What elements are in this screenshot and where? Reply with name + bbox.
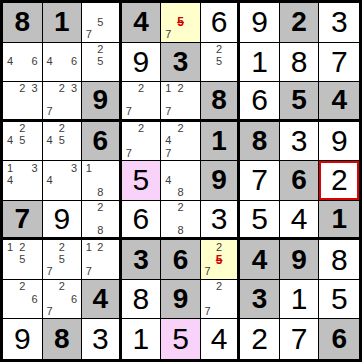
cell-r9c7[interactable]: 2 <box>240 319 280 359</box>
candidate: 2 <box>135 83 147 95</box>
candidate: 2 <box>95 202 107 214</box>
cell-r6c2[interactable]: 9 <box>43 201 83 241</box>
cell-r4c1[interactable]: 245 <box>3 122 43 162</box>
pencil-marks: 267 <box>44 281 81 318</box>
candidate: 2 <box>135 123 147 135</box>
cell-r9c2[interactable]: 8 <box>43 319 83 359</box>
candidate: 2 <box>16 123 28 135</box>
candidate: 1 <box>4 241 16 253</box>
cell-r7c3[interactable]: 127 <box>82 240 122 280</box>
candidate: 2 <box>16 241 28 253</box>
candidate: 1 <box>4 162 16 174</box>
cell-r1c5[interactable]: 75 <box>161 3 201 43</box>
candidate: 4 <box>44 56 56 68</box>
cell-r3c1[interactable]: 23 <box>3 82 43 122</box>
candidate: 1 <box>162 83 174 95</box>
given-digit: 1 <box>211 127 227 155</box>
solved-digit: 8 <box>331 245 348 275</box>
candidate: 2 <box>95 241 107 253</box>
cell-r9c1[interactable]: 9 <box>3 319 43 359</box>
candidate: 4 <box>4 135 16 147</box>
pencil-marks: 247 <box>162 123 199 160</box>
cell-r3c4[interactable]: 27 <box>122 82 162 122</box>
candidate: 1 <box>83 162 95 174</box>
given-digit: 3 <box>252 285 268 313</box>
solved-digit: 9 <box>14 324 31 354</box>
given-digit: 8 <box>252 127 268 155</box>
candidate: 7 <box>44 106 56 118</box>
given-digit: 4 <box>331 86 347 114</box>
pencil-marks: 245 <box>44 123 81 160</box>
eliminated-candidate: 5 <box>213 254 225 266</box>
candidate: 3 <box>68 83 80 95</box>
cell-r8c6[interactable]: 27 <box>201 280 241 320</box>
pencil-marks: 275 <box>202 241 237 278</box>
pencil-marks: 25 <box>83 44 118 81</box>
candidate: 2 <box>16 83 28 95</box>
solved-digit: 4 <box>211 324 228 354</box>
cell-r2c2[interactable]: 46 <box>43 43 83 83</box>
candidate: 7 <box>44 266 56 278</box>
cell-r2c8[interactable]: 8 <box>280 43 320 83</box>
given-digit: 9 <box>173 285 189 313</box>
cell-r4c3[interactable]: 6 <box>82 122 122 162</box>
candidate: 3 <box>28 83 40 95</box>
candidate: 2 <box>174 202 186 214</box>
cell-r1c2[interactable]: 1 <box>43 3 83 43</box>
cell-r4c4[interactable]: 27 <box>122 122 162 162</box>
eliminated-candidate: 5 <box>174 16 186 28</box>
pencil-marks: 27 <box>123 123 160 160</box>
solved-digit: 3 <box>331 7 348 37</box>
cell-r7c1[interactable]: 125 <box>3 240 43 280</box>
candidate: 2 <box>213 241 225 253</box>
cell-r3c2[interactable]: 237 <box>43 82 83 122</box>
candidate: 3 <box>68 162 80 174</box>
solved-digit: 3 <box>211 204 228 234</box>
cell-r3c8[interactable]: 5 <box>280 82 320 122</box>
cell-r1c1[interactable]: 8 <box>3 3 43 43</box>
solved-digit: 3 <box>291 126 308 156</box>
pencil-marks: 46 <box>44 44 81 81</box>
cell-r8c3[interactable]: 4 <box>82 280 122 320</box>
given-digit: 3 <box>133 246 149 274</box>
candidate: 2 <box>213 281 225 293</box>
solved-digit: 5 <box>133 165 150 195</box>
candidate: 4 <box>162 174 174 186</box>
cell-r3c6[interactable]: 8 <box>201 82 241 122</box>
cell-r1c4[interactable]: 4 <box>122 3 162 43</box>
candidate: 5 <box>16 254 28 266</box>
candidate: 4 <box>44 174 56 186</box>
pencil-marks: 28 <box>162 202 199 237</box>
solved-digit: 1 <box>133 324 150 354</box>
candidate: 4 <box>4 174 16 186</box>
solved-digit: 7 <box>331 47 348 77</box>
candidate: 7 <box>202 305 214 317</box>
candidate: 2 <box>95 44 107 56</box>
given-digit: 8 <box>54 325 70 353</box>
candidate: 7 <box>123 106 135 118</box>
pencil-marks: 127 <box>162 83 199 118</box>
given-digit: 8 <box>14 8 30 36</box>
cell-r6c7[interactable]: 5 <box>240 201 280 241</box>
cell-r4c6[interactable]: 1 <box>201 122 241 162</box>
candidate: 8 <box>95 187 107 199</box>
cell-r8c2[interactable]: 267 <box>43 280 83 320</box>
pencil-marks: 18 <box>83 162 118 199</box>
pencil-marks: 57 <box>83 4 118 41</box>
solved-digit: 6 <box>133 204 150 234</box>
cell-r6c8[interactable]: 4 <box>280 201 320 241</box>
candidate: 1 <box>83 241 95 253</box>
cell-r6c4[interactable]: 6 <box>122 201 162 241</box>
cell-r2c1[interactable]: 46 <box>3 43 43 83</box>
cell-r9c6[interactable]: 4 <box>201 319 241 359</box>
cell-r6c3[interactable]: 28 <box>82 201 122 241</box>
candidate: 8 <box>174 187 186 199</box>
pencil-marks: 257 <box>44 241 81 278</box>
candidate: 4 <box>4 56 16 68</box>
cell-r1c8[interactable]: 2 <box>280 3 320 43</box>
candidate: 6 <box>28 293 40 305</box>
cell-r7c6[interactable]: 275 <box>201 240 241 280</box>
candidate: 5 <box>213 56 225 68</box>
cell-r3c7[interactable]: 6 <box>240 82 280 122</box>
cell-r5c3[interactable]: 18 <box>82 161 122 201</box>
cell-r2c4[interactable]: 9 <box>122 43 162 83</box>
solved-digit: 5 <box>331 284 348 314</box>
cell-r1c9[interactable]: 3 <box>319 3 359 43</box>
candidate: 7 <box>83 266 95 278</box>
cell-r9c3[interactable]: 3 <box>82 319 122 359</box>
given-digit: 7 <box>14 205 30 233</box>
candidate: 4 <box>44 135 56 147</box>
candidate: 2 <box>56 241 68 253</box>
cell-r8c5[interactable]: 9 <box>161 280 201 320</box>
cell-r1c6[interactable]: 6 <box>201 3 241 43</box>
solved-digit: 1 <box>291 284 308 314</box>
given-digit: 9 <box>291 246 307 274</box>
cell-r2c6[interactable]: 25 <box>201 43 241 83</box>
pencil-marks: 28 <box>83 202 118 237</box>
solved-digit: 5 <box>172 324 189 354</box>
given-digit: 6 <box>331 325 347 353</box>
solved-digit: 7 <box>251 165 268 195</box>
candidate: 2 <box>56 123 68 135</box>
cell-r2c7[interactable]: 1 <box>240 43 280 83</box>
candidate: 7 <box>162 147 174 159</box>
candidate: 2 <box>213 44 225 56</box>
cell-r5c8[interactable]: 6 <box>280 161 320 201</box>
cell-r7c9[interactable]: 8 <box>319 240 359 280</box>
cell-r6c9[interactable]: 1 <box>319 201 359 241</box>
candidate: 7 <box>162 106 174 118</box>
candidate: 7 <box>202 266 214 278</box>
solved-digit: 2 <box>331 165 348 195</box>
solved-digit: 7 <box>291 324 308 354</box>
candidate: 7 <box>83 28 95 40</box>
solved-digit: 4 <box>291 204 308 234</box>
cell-r7c2[interactable]: 257 <box>43 240 83 280</box>
given-digit: 1 <box>54 8 70 36</box>
cell-r8c7[interactable]: 3 <box>240 280 280 320</box>
cell-r4c2[interactable]: 245 <box>43 122 83 162</box>
given-digit: 6 <box>93 127 109 155</box>
solved-digit: 8 <box>133 284 150 314</box>
cell-r8c9[interactable]: 5 <box>319 280 359 320</box>
candidate: 5 <box>16 135 28 147</box>
candidate: 2 <box>56 83 68 95</box>
cell-r7c8[interactable]: 9 <box>280 240 320 280</box>
given-digit: 8 <box>211 86 227 114</box>
solved-digit: 6 <box>251 85 268 115</box>
candidate: 7 <box>123 147 135 159</box>
candidate: 3 <box>28 162 40 174</box>
cell-r3c5[interactable]: 127 <box>161 82 201 122</box>
cell-r5c2[interactable]: 34 <box>43 161 83 201</box>
cell-r7c4[interactable]: 3 <box>122 240 162 280</box>
cell-r6c6[interactable]: 3 <box>201 201 241 241</box>
given-digit: 6 <box>291 166 307 194</box>
candidate: 6 <box>68 293 80 305</box>
given-digit: 3 <box>173 48 189 76</box>
cell-r5c7[interactable]: 7 <box>240 161 280 201</box>
candidate: 8 <box>174 225 186 237</box>
cell-r6c5[interactable]: 28 <box>161 201 201 241</box>
cell-r3c3[interactable]: 9 <box>82 82 122 122</box>
cell-r9c4[interactable]: 1 <box>122 319 162 359</box>
solved-digit: 9 <box>331 126 348 156</box>
cell-r5c1[interactable]: 134 <box>3 161 43 201</box>
pencil-marks: 75 <box>162 4 199 41</box>
cell-r7c7[interactable]: 4 <box>240 240 280 280</box>
pencil-marks: 134 <box>4 162 41 199</box>
candidate: 7 <box>162 28 174 40</box>
pencil-marks: 27 <box>202 281 237 318</box>
pencil-marks: 23 <box>4 83 41 118</box>
pencil-marks: 46 <box>4 44 41 81</box>
candidate: 5 <box>56 135 68 147</box>
pencil-marks: 34 <box>44 162 81 199</box>
candidate: 7 <box>44 305 56 317</box>
cell-r9c8[interactable]: 7 <box>280 319 320 359</box>
candidate: 8 <box>95 225 107 237</box>
cell-r4c5[interactable]: 247 <box>161 122 201 162</box>
given-digit: 9 <box>211 166 227 194</box>
cell-r4c8[interactable]: 3 <box>280 122 320 162</box>
pencil-marks: 48 <box>162 162 199 199</box>
pencil-marks: 27 <box>123 83 160 118</box>
cell-r1c7[interactable]: 9 <box>240 3 280 43</box>
cell-r5c6[interactable]: 9 <box>201 161 241 201</box>
given-digit: 4 <box>252 246 268 274</box>
pencil-marks: 245 <box>4 123 41 160</box>
pencil-marks: 26 <box>4 281 41 318</box>
cell-r9c5[interactable]: 5 <box>161 319 201 359</box>
solved-digit: 9 <box>53 204 70 234</box>
cell-r1c3[interactable]: 57 <box>82 3 122 43</box>
cell-r6c1[interactable]: 7 <box>3 201 43 241</box>
cell-r5c4[interactable]: 5 <box>122 161 162 201</box>
given-digit: 4 <box>133 8 149 36</box>
cell-r8c8[interactable]: 1 <box>280 280 320 320</box>
cell-r9c9[interactable]: 6 <box>319 319 359 359</box>
candidate: 2 <box>56 281 68 293</box>
candidate: 2 <box>16 281 28 293</box>
given-digit: 1 <box>331 205 347 233</box>
candidate: 6 <box>28 56 40 68</box>
solved-digit: 8 <box>291 47 308 77</box>
cell-r2c5[interactable]: 3 <box>161 43 201 83</box>
cell-r4c9[interactable]: 9 <box>319 122 359 162</box>
given-digit: 5 <box>291 86 307 114</box>
pencil-marks: 25 <box>202 44 237 81</box>
candidate: 5 <box>56 254 68 266</box>
pencil-marks: 127 <box>83 241 118 278</box>
sudoku-board: 8157475692346462593251872323792712786542… <box>0 0 362 362</box>
candidate: 6 <box>68 56 80 68</box>
cell-r8c4[interactable]: 8 <box>122 280 162 320</box>
cell-r2c9[interactable]: 7 <box>319 43 359 83</box>
candidate: 5 <box>95 56 107 68</box>
candidate: 2 <box>174 123 186 135</box>
solved-digit: 2 <box>251 324 268 354</box>
given-digit: 6 <box>173 246 189 274</box>
solved-digit: 6 <box>211 7 228 37</box>
solved-digit: 3 <box>92 324 109 354</box>
pencil-marks: 125 <box>4 241 41 278</box>
given-digit: 4 <box>93 285 109 313</box>
solved-digit: 1 <box>251 47 268 77</box>
solved-digit: 9 <box>251 7 268 37</box>
candidate: 4 <box>162 135 174 147</box>
given-digit: 2 <box>291 8 307 36</box>
solved-digit: 9 <box>133 47 150 77</box>
cell-r5c5[interactable]: 48 <box>161 161 201 201</box>
candidate: 5 <box>95 16 107 28</box>
solved-digit: 5 <box>251 204 268 234</box>
cell-r5c9[interactable]: 2 <box>319 161 359 201</box>
cell-r7c5[interactable]: 6 <box>161 240 201 280</box>
cell-r3c9[interactable]: 4 <box>319 82 359 122</box>
candidate: 2 <box>174 83 186 95</box>
cell-r2c3[interactable]: 25 <box>82 43 122 83</box>
cell-r8c1[interactable]: 26 <box>3 280 43 320</box>
given-digit: 9 <box>93 86 109 114</box>
cell-r4c7[interactable]: 8 <box>240 122 280 162</box>
pencil-marks: 237 <box>44 83 81 118</box>
